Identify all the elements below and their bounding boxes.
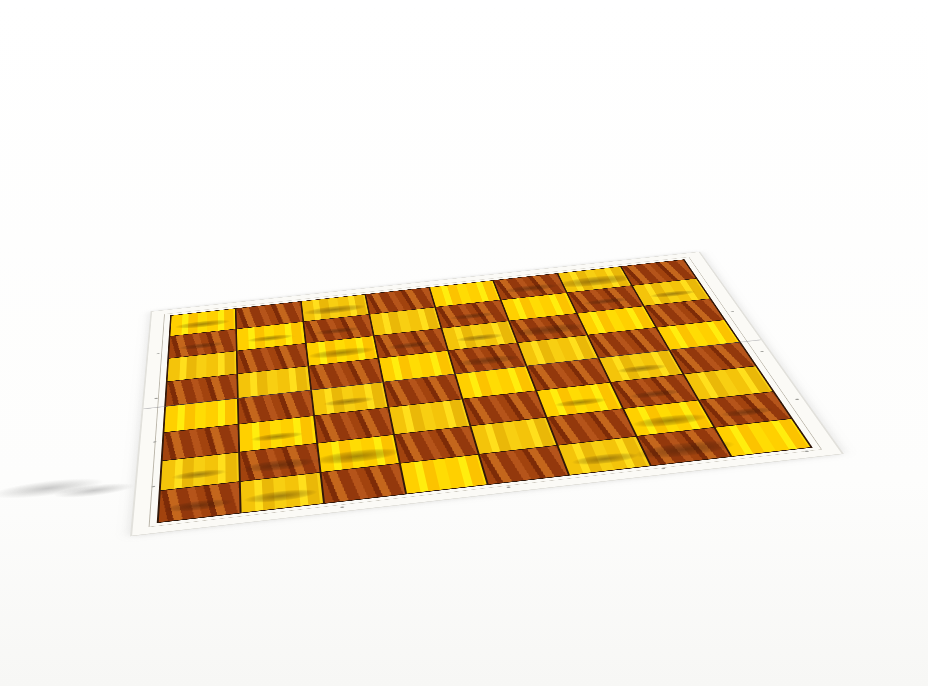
knight-glyph: ♞ [41, 376, 148, 495]
chess-photo-scene: ♜♝♜♚♟♟♟♟♟♟♝♟♟♛♞♟♟♟♟♟♟♝♛♝♟♜♞♜♚♞♞ [0, 0, 928, 686]
rook-glyph: ♜ [557, 357, 654, 465]
knight-glyph: ♞ [0, 459, 9, 558]
chess-board: ♜♝♜♚♟♟♟♟♟♟♝♟♟♛♞♟♟♟♟♟♟♝♛♝♟♜♞♜♚♞♞ [132, 252, 841, 535]
rook-glyph: ♜ [150, 403, 248, 512]
